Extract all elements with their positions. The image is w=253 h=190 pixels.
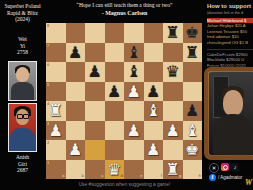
file-label-b: b — [82, 174, 84, 178]
white-pawn: ♟ — [163, 121, 183, 141]
photo-glasses-right — [23, 114, 29, 119]
file-label-a: a — [62, 174, 64, 178]
square-a1[interactable]: 1a — [46, 160, 66, 180]
facebook-handle[interactable]: / Agadmator — [218, 175, 242, 180]
app-root: Superbet Poland Rapid & Blitz (2024) Wei… — [0, 0, 253, 190]
square-e7[interactable]: ♝ — [124, 43, 144, 63]
rank-label-8: 8 — [47, 24, 49, 28]
square-h6[interactable] — [183, 62, 203, 82]
square-a3[interactable]: 3♟ — [46, 121, 66, 141]
square-d2[interactable] — [105, 140, 125, 160]
tournament-line1: Superbet Poland — [0, 3, 45, 10]
square-a8[interactable]: 8 — [46, 23, 66, 43]
square-d5[interactable]: ♟ — [105, 82, 125, 102]
rank-label-2: 2 — [47, 141, 49, 145]
white-player-photo — [8, 61, 37, 101]
square-g7[interactable] — [163, 43, 183, 63]
white-bishop: ♝ — [183, 121, 203, 141]
square-d1[interactable]: d♛ — [105, 160, 125, 180]
square-d4[interactable] — [105, 101, 125, 121]
white-pawn: ♟ — [144, 140, 164, 160]
black-player-rating: 2687 — [0, 167, 45, 174]
square-f3[interactable] — [144, 121, 164, 141]
square-d8[interactable] — [105, 23, 125, 43]
square-e3[interactable]: ♟ — [124, 121, 144, 141]
tournament-line3: (2024) — [0, 16, 45, 23]
black-player-name: Anish Giri 2687 — [0, 154, 45, 174]
white-pawn: ♟ — [124, 82, 144, 102]
square-h5[interactable] — [183, 82, 203, 102]
social-row: ✕ ♪ — [209, 163, 253, 173]
square-h3[interactable]: ♝ — [183, 121, 203, 141]
square-g5[interactable] — [163, 82, 183, 102]
white-rook: ♜ — [163, 160, 183, 180]
white-pawn: ♟ — [46, 121, 66, 141]
square-f4[interactable]: ♝ — [144, 101, 164, 121]
black-rook: ♜ — [183, 43, 203, 63]
square-a7[interactable]: 7 — [46, 43, 66, 63]
black-pawn: ♟ — [85, 62, 105, 82]
white-rook: ♜ — [46, 101, 66, 121]
black-pawn: ♟ — [105, 82, 125, 102]
square-a2[interactable]: 2 — [46, 140, 66, 160]
square-f8[interactable] — [144, 23, 164, 43]
square-b4[interactable] — [66, 101, 86, 121]
support-title: How to support — [207, 3, 251, 9]
black-rook: ♜ — [163, 23, 183, 43]
square-b5[interactable] — [66, 82, 86, 102]
square-a5[interactable]: 5 — [46, 82, 66, 102]
square-g8[interactable]: ♜ — [163, 23, 183, 43]
rank-label-5: 5 — [47, 83, 49, 87]
square-g3[interactable]: ♟ — [163, 121, 183, 141]
black-bishop: ♝ — [124, 43, 144, 63]
square-b2[interactable]: ♟ — [66, 140, 86, 160]
file-label-e: e — [140, 174, 142, 178]
square-c1[interactable]: c — [85, 160, 105, 180]
square-f2[interactable]: ♟ — [144, 140, 164, 160]
square-c6[interactable]: ♟ — [85, 62, 105, 82]
photo-face — [16, 67, 29, 82]
left-panel: Superbet Poland Rapid & Blitz (2024) Wei… — [0, 0, 45, 190]
black-player-photo — [8, 103, 37, 152]
webcam-face — [223, 90, 243, 116]
square-e5[interactable]: ♟ — [124, 82, 144, 102]
instagram-icon[interactable] — [221, 163, 229, 171]
sponsor-list: CakeDeFi.com $2900Blockfolio $29000 UFut… — [207, 49, 253, 68]
square-c2[interactable] — [85, 140, 105, 160]
square-h1[interactable]: h — [183, 160, 203, 180]
square-e4[interactable] — [124, 101, 144, 121]
black-bishop: ♝ — [124, 62, 144, 82]
square-c5[interactable] — [85, 82, 105, 102]
white-bishop: ♝ — [144, 101, 164, 121]
square-b1[interactable]: b — [66, 160, 86, 180]
square-b8[interactable] — [66, 23, 86, 43]
white-queen: ♛ — [105, 160, 125, 180]
quote-author: - Magnus Carlsen — [46, 9, 203, 17]
rank-label-6: 6 — [47, 63, 49, 67]
file-label-h: h — [199, 174, 201, 178]
square-c3[interactable] — [85, 121, 105, 141]
square-b7[interactable]: ♟ — [66, 43, 86, 63]
chess-board: 8♜♚7♟♝♜6♟♝♛5♟♟♟4♜♝♟3♟♟♟♝2♟♟♚1abcd♛efg♜h — [46, 23, 202, 179]
square-f7[interactable] — [144, 43, 164, 63]
white-pawn: ♟ — [124, 121, 144, 141]
black-pawn: ♟ — [144, 82, 164, 102]
square-h8[interactable]: ♚ — [183, 23, 203, 43]
square-g1[interactable]: g♜ — [163, 160, 183, 180]
webcam-video — [209, 72, 253, 155]
square-e2[interactable] — [124, 140, 144, 160]
square-f6[interactable] — [144, 62, 164, 82]
square-a4[interactable]: 4♜ — [46, 101, 66, 121]
square-c8[interactable] — [85, 23, 105, 43]
white-player-rating: 2758 — [0, 49, 45, 56]
rank-label-1: 1 — [47, 161, 49, 165]
quote-block: “Hope I can still teach them a thing or … — [46, 2, 203, 17]
white-player-name: Wei Yi 2758 — [0, 36, 45, 56]
tournament-title: Superbet Poland Rapid & Blitz (2024) — [0, 3, 45, 23]
black-pawn: ♟ — [66, 43, 86, 63]
square-d3[interactable] — [105, 121, 125, 141]
square-d6[interactable] — [105, 62, 125, 82]
gold-logo: W — [245, 178, 252, 187]
square-f1[interactable]: f — [144, 160, 164, 180]
square-h4[interactable]: ♟ — [183, 101, 203, 121]
square-f5[interactable]: ♟ — [144, 82, 164, 102]
facebook-row: f / Agadmator — [209, 174, 242, 181]
tiktok-icon[interactable]: ♪ — [231, 163, 239, 171]
support-subtitle: (donation link in the d — [207, 11, 253, 15]
square-g2[interactable] — [163, 140, 183, 160]
photo-torso — [11, 82, 34, 101]
webcam-torso — [213, 114, 253, 155]
square-a6[interactable]: 6 — [46, 62, 66, 82]
square-d7[interactable] — [105, 43, 125, 63]
black-king: ♚ — [183, 23, 203, 43]
webcam-frame — [204, 67, 253, 160]
square-c7[interactable] — [85, 43, 105, 63]
square-e1[interactable]: e — [124, 160, 144, 180]
white-king: ♚ — [183, 140, 203, 160]
right-panel: How to support (donation link in the d M… — [204, 0, 253, 190]
square-h2[interactable]: ♚ — [183, 140, 203, 160]
square-b3[interactable] — [66, 121, 86, 141]
donor-list: Michael Hildebrand $Johan Heybye $20 ALo… — [207, 18, 253, 45]
quote-text: “Hope I can still teach them a thing or … — [46, 2, 203, 9]
square-e8[interactable] — [124, 23, 144, 43]
suggestion-hint: Use #suggestion when suggesting a game! — [46, 182, 203, 187]
file-label-c: c — [101, 174, 103, 178]
black-queen: ♛ — [163, 62, 183, 82]
rank-label-7: 7 — [47, 44, 49, 48]
square-e6[interactable]: ♝ — [124, 62, 144, 82]
donor-line: chesslegend OG $1 B — [207, 40, 253, 45]
file-label-f: f — [161, 174, 162, 178]
square-c4[interactable] — [85, 101, 105, 121]
square-g6[interactable]: ♛ — [163, 62, 183, 82]
square-b6[interactable] — [66, 62, 86, 82]
photo-torso — [10, 128, 35, 152]
square-g4[interactable] — [163, 101, 183, 121]
square-h7[interactable]: ♜ — [183, 43, 203, 63]
white-pawn: ♟ — [66, 140, 86, 160]
x-twitter-icon[interactable]: ✕ — [209, 163, 219, 173]
facebook-icon[interactable]: f — [209, 174, 216, 181]
black-pawn: ♟ — [183, 101, 203, 121]
